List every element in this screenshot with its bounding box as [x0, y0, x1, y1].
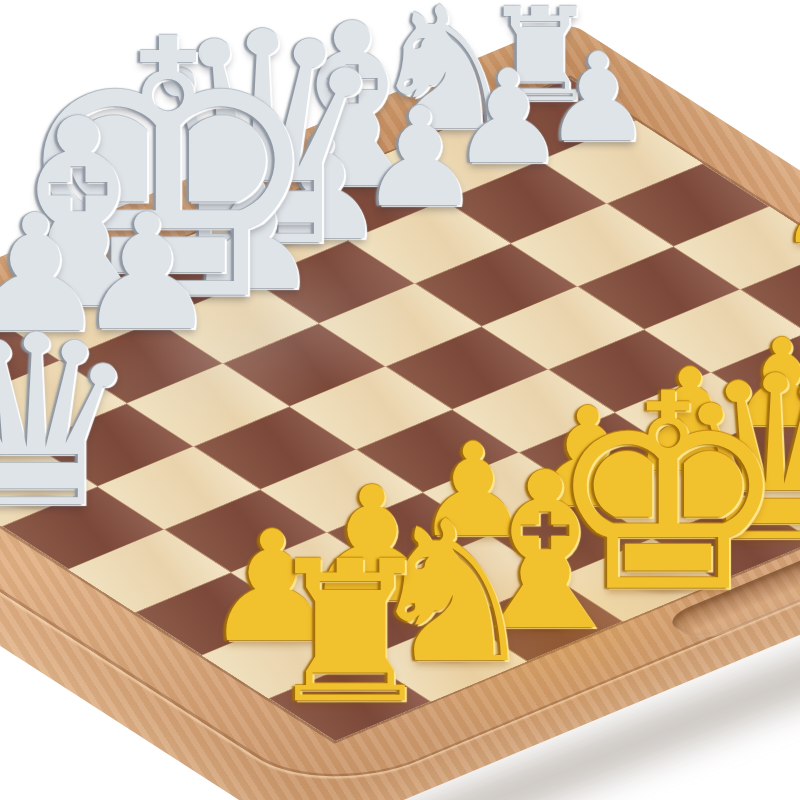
piece-black-pawn-frame-right[interactable]: ♟	[784, 179, 800, 254]
chess-product-photo: ♜♞♝♛♚♝♟♟♟♟♟♟♟♜♞♝♚♛♟♟♟♟♟♟♛♟	[0, 0, 800, 800]
piece-black-rook-h8[interactable]: ♜	[263, 535, 438, 730]
piece-white-queen-frame-left[interactable]: ♛	[0, 305, 142, 541]
pieces-layer: ♜♞♝♛♚♝♟♟♟♟♟♟♟♜♞♝♚♛♟♟♟♟♟♟♛♟	[0, 0, 800, 800]
